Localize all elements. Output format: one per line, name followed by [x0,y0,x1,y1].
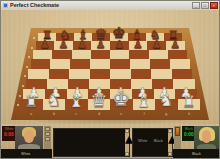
window-title: Perfect Checkmate [10,2,59,8]
square-a4[interactable] [28,69,49,79]
square-d5[interactable] [90,59,110,69]
square-e6[interactable] [110,50,129,59]
square-c4[interactable] [69,69,90,79]
square-d7[interactable]: ♟ [91,41,110,50]
white-king[interactable]: ♚ [112,89,130,110]
square-e4[interactable] [110,69,131,79]
tray-icon[interactable] [45,137,50,141]
minimize-button[interactable]: _ [192,2,200,9]
tray-icon[interactable] [175,127,180,136]
app-window: Perfect Checkmate _ □ × ♜♞♝♛♚♝♞♜♟♟♟♟♟♟♟♟… [0,0,220,159]
window-controls: _ □ × [192,2,218,9]
white-column-header: White [137,139,147,143]
portrait-torso [18,144,39,149]
square-c1[interactable]: ♝ [65,99,88,110]
message-log[interactable]: ▴▾ [53,128,130,157]
board-rank-7: ♟♟♟♟♟♟♟♟ [36,41,185,50]
square-c6[interactable] [72,50,91,59]
black-pawn[interactable]: ♟ [170,39,180,50]
square-h5[interactable] [170,59,190,69]
square-h4[interactable] [172,69,193,79]
black-pawn[interactable]: ♟ [96,39,106,50]
black-pawn[interactable]: ♟ [133,39,143,50]
square-d1[interactable]: ♛ [88,99,111,110]
square-g6[interactable] [149,50,168,59]
square-b7[interactable]: ♟ [54,41,73,50]
square-f5[interactable] [130,59,150,69]
tray-icon[interactable] [45,132,50,136]
white-player-name: White [2,150,50,157]
board-rank-5 [31,59,190,69]
move-list[interactable]: White Black ▴▾ [132,128,173,157]
black-tray[interactable] [174,126,181,149]
white-rook[interactable]: ♜ [24,95,38,110]
square-e7[interactable]: ♟ [110,41,129,50]
black-player-portrait [194,126,219,149]
black-pawn[interactable]: ♟ [77,39,87,50]
square-a5[interactable] [31,59,51,69]
square-d4[interactable] [90,69,111,79]
portrait-face [202,130,212,143]
black-pawn[interactable]: ♟ [59,39,69,50]
square-e1[interactable]: ♚ [110,99,133,110]
square-b6[interactable] [52,50,71,59]
white-queen[interactable]: ♛ [90,91,107,110]
square-g7[interactable]: ♟ [147,41,166,50]
black-pawn[interactable]: ♟ [40,39,50,50]
square-h7[interactable]: ♟ [166,41,185,50]
square-g5[interactable] [150,59,170,69]
square-c7[interactable]: ♟ [73,41,92,50]
file-coordinates: abcdefgh [20,112,200,118]
square-c5[interactable] [70,59,90,69]
status-panel: White 0:00 White ▴▾ White Black ▴▾ [1,124,219,158]
square-b4[interactable] [49,69,70,79]
tray-icon[interactable] [45,127,50,131]
square-f1[interactable]: ♝ [133,99,156,110]
board-rank-4 [28,69,192,79]
chess-board[interactable]: ♜♞♝♛♚♝♞♜♟♟♟♟♟♟♟♟♟♟♟♟♟♟♟♟♜♞♝♛♚♝♞♜ abcdefg… [0,28,220,120]
table-surface: ♜♞♝♛♚♝♞♜♟♟♟♟♟♟♟♟♟♟♟♟♟♟♟♟♜♞♝♛♚♝♞♜ abcdefg… [1,10,219,124]
square-e5[interactable] [110,59,130,69]
square-a7[interactable]: ♟ [36,41,55,50]
close-button[interactable]: × [210,2,218,9]
board-squares[interactable]: ♜♞♝♛♚♝♞♜♟♟♟♟♟♟♟♟♟♟♟♟♟♟♟♟♜♞♝♛♚♝♞♜ [0,33,220,110]
white-rook[interactable]: ♜ [182,95,196,110]
square-d6[interactable] [91,50,110,59]
move-list-headers: White Black [134,130,167,148]
portrait-face [24,130,35,143]
square-f4[interactable] [131,69,152,79]
board-rank-6 [33,50,187,59]
board-rank-1: ♜♞♝♛♚♝♞♜ [20,99,200,110]
message-scrollbar[interactable]: ▴▾ [125,129,129,156]
maximize-button[interactable]: □ [201,2,209,9]
white-clock: White 0:00 [2,126,15,141]
square-g4[interactable] [151,69,172,79]
move-list-scrollbar[interactable]: ▴▾ [168,129,172,156]
square-b5[interactable] [50,59,70,69]
square-b1[interactable]: ♞ [43,99,66,110]
square-h6[interactable] [168,50,187,59]
square-f7[interactable]: ♟ [129,41,148,50]
square-h1[interactable]: ♜ [178,99,201,110]
white-bishop[interactable]: ♝ [136,92,152,110]
square-f6[interactable] [129,50,148,59]
black-pawn[interactable]: ♟ [114,39,124,50]
square-a1[interactable]: ♜ [20,99,43,110]
square-g1[interactable]: ♞ [155,99,178,110]
black-player-name: Black [174,150,219,157]
white-bishop[interactable]: ♝ [68,92,84,110]
app-icon [3,3,8,8]
white-knight[interactable]: ♞ [159,93,174,110]
white-knight[interactable]: ♞ [46,93,61,110]
black-column-header: Black [154,139,163,143]
white-tray[interactable] [44,126,51,149]
square-a6[interactable] [33,50,52,59]
black-pawn[interactable]: ♟ [152,39,162,50]
portrait-torso [197,144,216,149]
white-player-portrait [15,126,43,149]
